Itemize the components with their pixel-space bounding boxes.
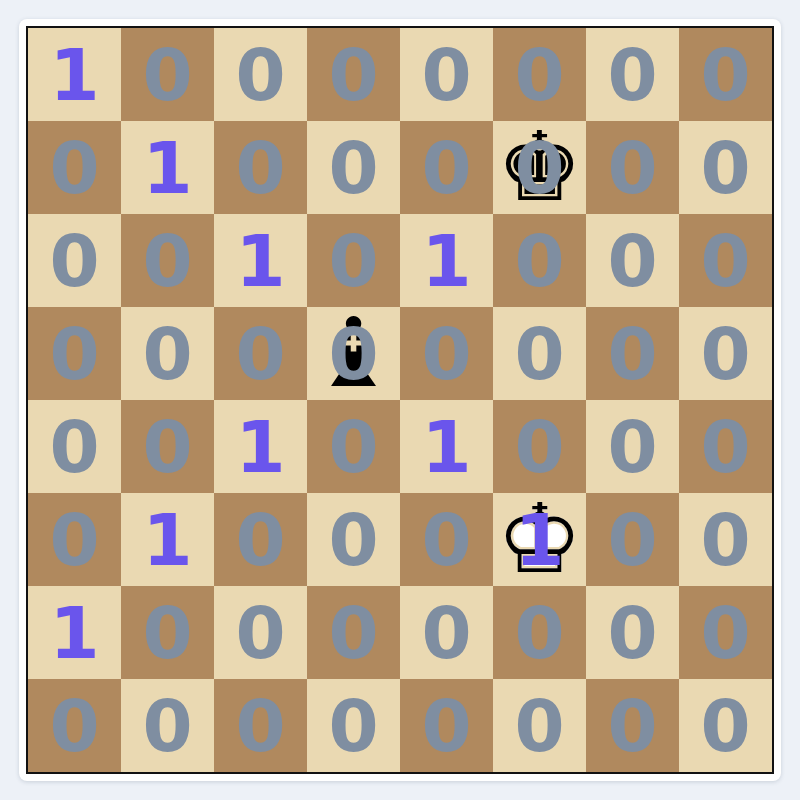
square-g1[interactable]: 0: [586, 679, 679, 772]
square-f6[interactable]: 0: [493, 214, 586, 307]
square-e1[interactable]: 0: [400, 679, 493, 772]
square-a1[interactable]: 0: [28, 679, 121, 772]
square-value: 0: [493, 586, 586, 679]
square-d6[interactable]: 0: [307, 214, 400, 307]
square-g7[interactable]: 0: [586, 121, 679, 214]
square-d5[interactable]: ♝0: [307, 307, 400, 400]
square-f8[interactable]: 0: [493, 28, 586, 121]
square-f2[interactable]: 0: [493, 586, 586, 679]
square-h1[interactable]: 0: [679, 679, 772, 772]
square-a4[interactable]: 0: [28, 400, 121, 493]
square-value: 0: [679, 493, 772, 586]
square-e6[interactable]: 1: [400, 214, 493, 307]
square-f1[interactable]: 0: [493, 679, 586, 772]
square-value: 0: [679, 586, 772, 679]
square-value: 0: [493, 307, 586, 400]
square-value: 0: [400, 307, 493, 400]
square-value: 0: [214, 121, 307, 214]
square-e7[interactable]: 0: [400, 121, 493, 214]
square-c2[interactable]: 0: [214, 586, 307, 679]
square-d1[interactable]: 0: [307, 679, 400, 772]
square-value: 0: [679, 28, 772, 121]
square-value: 0: [493, 400, 586, 493]
square-value: 0: [586, 400, 679, 493]
square-d3[interactable]: 0: [307, 493, 400, 586]
square-f3[interactable]: ♚♔1: [493, 493, 586, 586]
square-b5[interactable]: 0: [121, 307, 214, 400]
board-frame: 1000000001000♚00000101000000♝00000001010…: [19, 19, 781, 781]
square-value: 0: [400, 493, 493, 586]
square-c8[interactable]: 0: [214, 28, 307, 121]
square-value: 0: [586, 28, 679, 121]
square-e4[interactable]: 1: [400, 400, 493, 493]
square-c4[interactable]: 1: [214, 400, 307, 493]
square-value: 0: [307, 28, 400, 121]
square-e5[interactable]: 0: [400, 307, 493, 400]
square-a2[interactable]: 1: [28, 586, 121, 679]
square-f5[interactable]: 0: [493, 307, 586, 400]
square-value: 1: [28, 28, 121, 121]
chess-board: 1000000001000♚00000101000000♝00000001010…: [26, 26, 774, 774]
square-value: 0: [400, 28, 493, 121]
piece-white-king: ♔: [493, 493, 586, 586]
square-value: 0: [121, 586, 214, 679]
square-value: 0: [679, 214, 772, 307]
square-g8[interactable]: 0: [586, 28, 679, 121]
square-d2[interactable]: 0: [307, 586, 400, 679]
square-value: 0: [679, 679, 772, 772]
square-value: 0: [121, 214, 214, 307]
square-value: 0: [121, 679, 214, 772]
square-value: 0: [586, 121, 679, 214]
square-d7[interactable]: 0: [307, 121, 400, 214]
square-g5[interactable]: 0: [586, 307, 679, 400]
square-h8[interactable]: 0: [679, 28, 772, 121]
square-value: 0: [307, 586, 400, 679]
square-b1[interactable]: 0: [121, 679, 214, 772]
square-value: 1: [214, 214, 307, 307]
square-h6[interactable]: 0: [679, 214, 772, 307]
square-value: 0: [679, 307, 772, 400]
square-h4[interactable]: 0: [679, 400, 772, 493]
square-a7[interactable]: 0: [28, 121, 121, 214]
square-value: 0: [121, 400, 214, 493]
square-value: 0: [28, 214, 121, 307]
square-g2[interactable]: 0: [586, 586, 679, 679]
square-d8[interactable]: 0: [307, 28, 400, 121]
square-value: 0: [586, 493, 679, 586]
square-h5[interactable]: 0: [679, 307, 772, 400]
square-value: 1: [214, 400, 307, 493]
square-value: 0: [121, 28, 214, 121]
square-value: 0: [121, 307, 214, 400]
square-value: 0: [307, 121, 400, 214]
square-a5[interactable]: 0: [28, 307, 121, 400]
square-value: 1: [400, 214, 493, 307]
square-g3[interactable]: 0: [586, 493, 679, 586]
square-value: 0: [400, 586, 493, 679]
square-e3[interactable]: 0: [400, 493, 493, 586]
square-d4[interactable]: 0: [307, 400, 400, 493]
square-value: 0: [307, 400, 400, 493]
square-c5[interactable]: 0: [214, 307, 307, 400]
square-e8[interactable]: 0: [400, 28, 493, 121]
square-c6[interactable]: 1: [214, 214, 307, 307]
square-c7[interactable]: 0: [214, 121, 307, 214]
square-value: 0: [493, 679, 586, 772]
square-a8[interactable]: 1: [28, 28, 121, 121]
square-value: 0: [28, 307, 121, 400]
square-value: 0: [307, 493, 400, 586]
square-value: 0: [493, 28, 586, 121]
piece-white-king-fill: ♚: [493, 493, 586, 586]
square-f4[interactable]: 0: [493, 400, 586, 493]
square-value: 0: [28, 679, 121, 772]
square-value: 1: [121, 121, 214, 214]
square-g4[interactable]: 0: [586, 400, 679, 493]
square-value: 0: [400, 679, 493, 772]
square-b3[interactable]: 1: [121, 493, 214, 586]
square-value: 0: [28, 400, 121, 493]
square-b6[interactable]: 0: [121, 214, 214, 307]
piece-black-king: ♚: [493, 121, 586, 214]
square-b2[interactable]: 0: [121, 586, 214, 679]
square-c3[interactable]: 0: [214, 493, 307, 586]
square-h3[interactable]: 0: [679, 493, 772, 586]
square-value: 1: [28, 586, 121, 679]
square-value: 0: [493, 214, 586, 307]
square-b7[interactable]: 1: [121, 121, 214, 214]
square-h2[interactable]: 0: [679, 586, 772, 679]
square-value: 0: [400, 121, 493, 214]
square-f7[interactable]: ♚0: [493, 121, 586, 214]
square-value: 0: [493, 121, 586, 214]
square-value: 0: [28, 493, 121, 586]
square-c1[interactable]: 0: [214, 679, 307, 772]
square-value: 1: [400, 400, 493, 493]
square-value: 0: [307, 307, 400, 400]
square-value: 0: [586, 214, 679, 307]
square-a6[interactable]: 0: [28, 214, 121, 307]
square-value: 0: [586, 307, 679, 400]
square-value: 0: [214, 586, 307, 679]
square-value: 0: [586, 586, 679, 679]
square-value: 0: [214, 307, 307, 400]
square-b8[interactable]: 0: [121, 28, 214, 121]
square-e2[interactable]: 0: [400, 586, 493, 679]
square-value: 0: [307, 214, 400, 307]
square-value: 1: [493, 493, 586, 586]
square-value: 0: [586, 679, 679, 772]
square-value: 0: [307, 679, 400, 772]
square-value: 0: [214, 493, 307, 586]
piece-black-bishop: ♝: [307, 307, 400, 400]
square-value: 0: [214, 679, 307, 772]
square-b4[interactable]: 0: [121, 400, 214, 493]
square-value: 1: [121, 493, 214, 586]
square-value: 0: [679, 121, 772, 214]
square-value: 0: [679, 400, 772, 493]
square-value: 0: [214, 28, 307, 121]
square-h7[interactable]: 0: [679, 121, 772, 214]
square-g6[interactable]: 0: [586, 214, 679, 307]
square-value: 0: [28, 121, 121, 214]
square-a3[interactable]: 0: [28, 493, 121, 586]
